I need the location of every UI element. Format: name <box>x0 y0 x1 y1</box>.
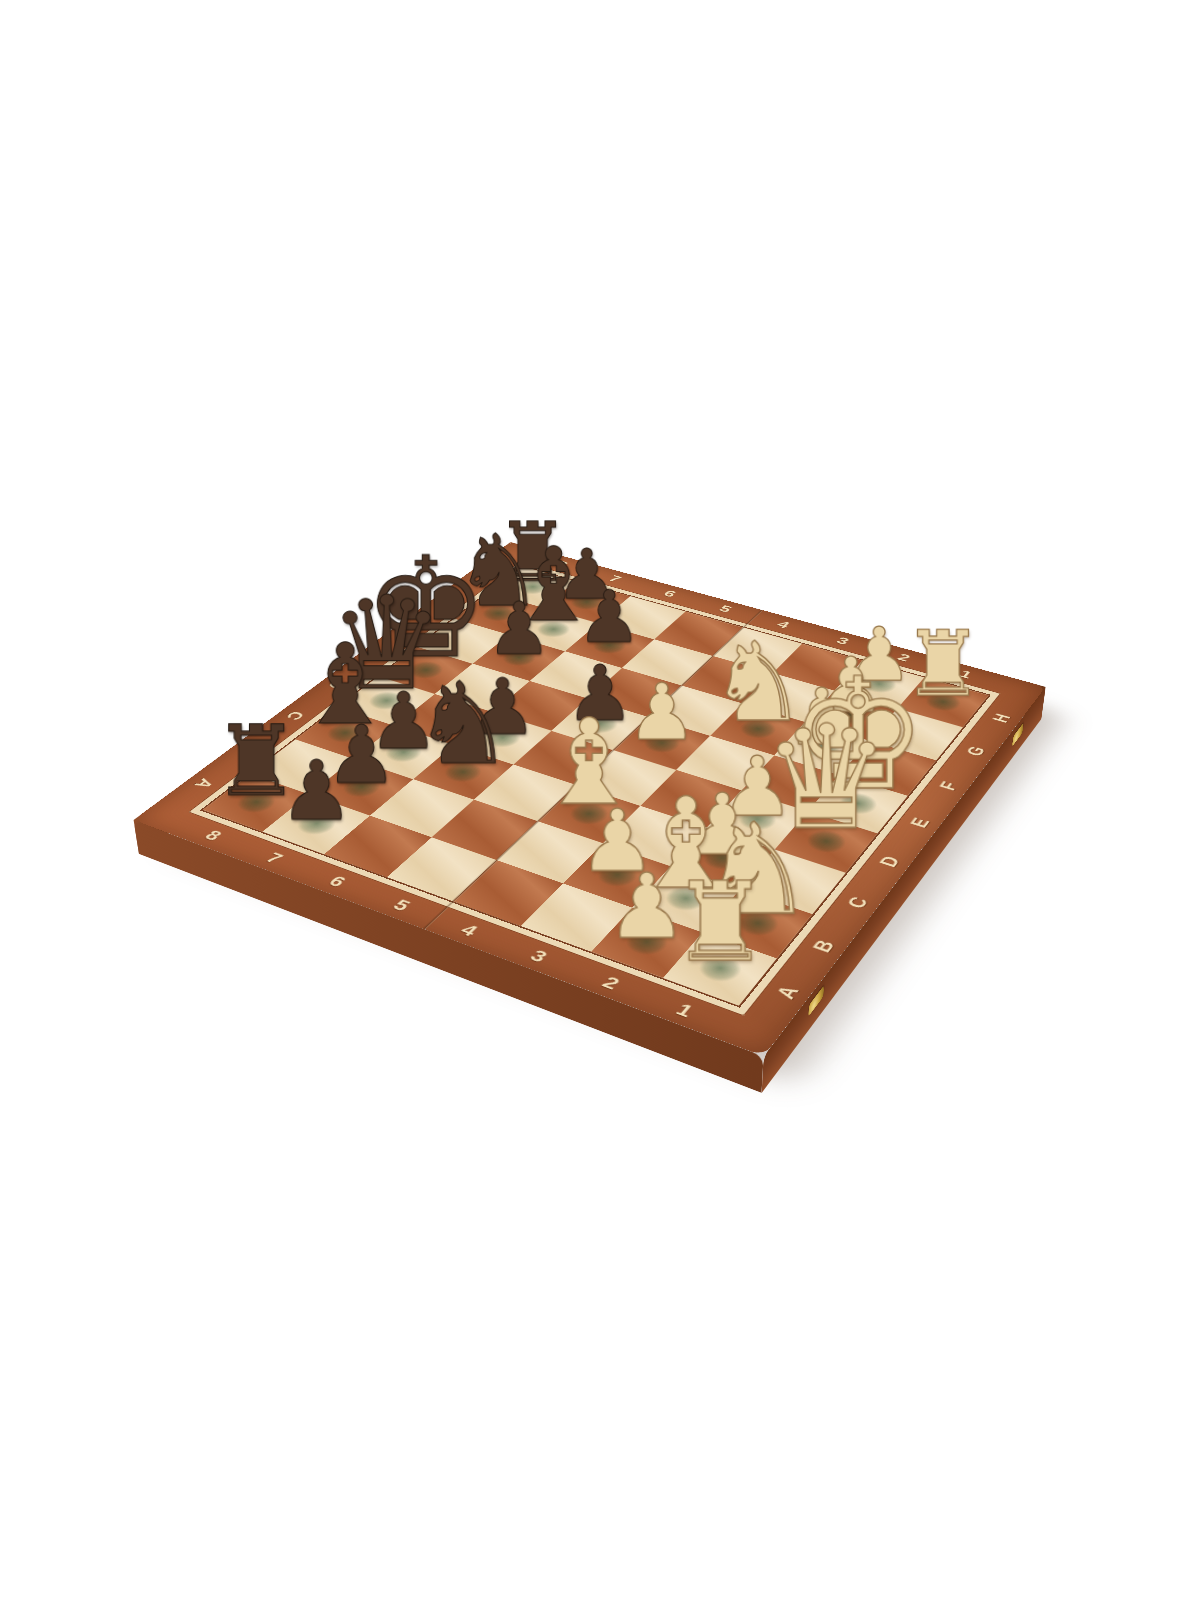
black-pawn-glyph: ♟ <box>486 592 551 664</box>
photo-canvas: ABCDEFGH ABCDEFGH 87654321 87654321 ♜♝♛♚… <box>0 0 1200 1600</box>
board-3d-wrapper: ABCDEFGH ABCDEFGH 87654321 87654321 ♜♝♛♚… <box>134 542 1046 1056</box>
white-rook-glyph: ♜ <box>671 868 769 978</box>
chess-board: ABCDEFGH ABCDEFGH 87654321 87654321 ♜♝♛♚… <box>134 542 1046 1056</box>
brass-latch-icon <box>1012 723 1024 747</box>
black-pawn-glyph: ♟ <box>279 750 353 832</box>
black-knight-glyph: ♞ <box>413 667 514 780</box>
